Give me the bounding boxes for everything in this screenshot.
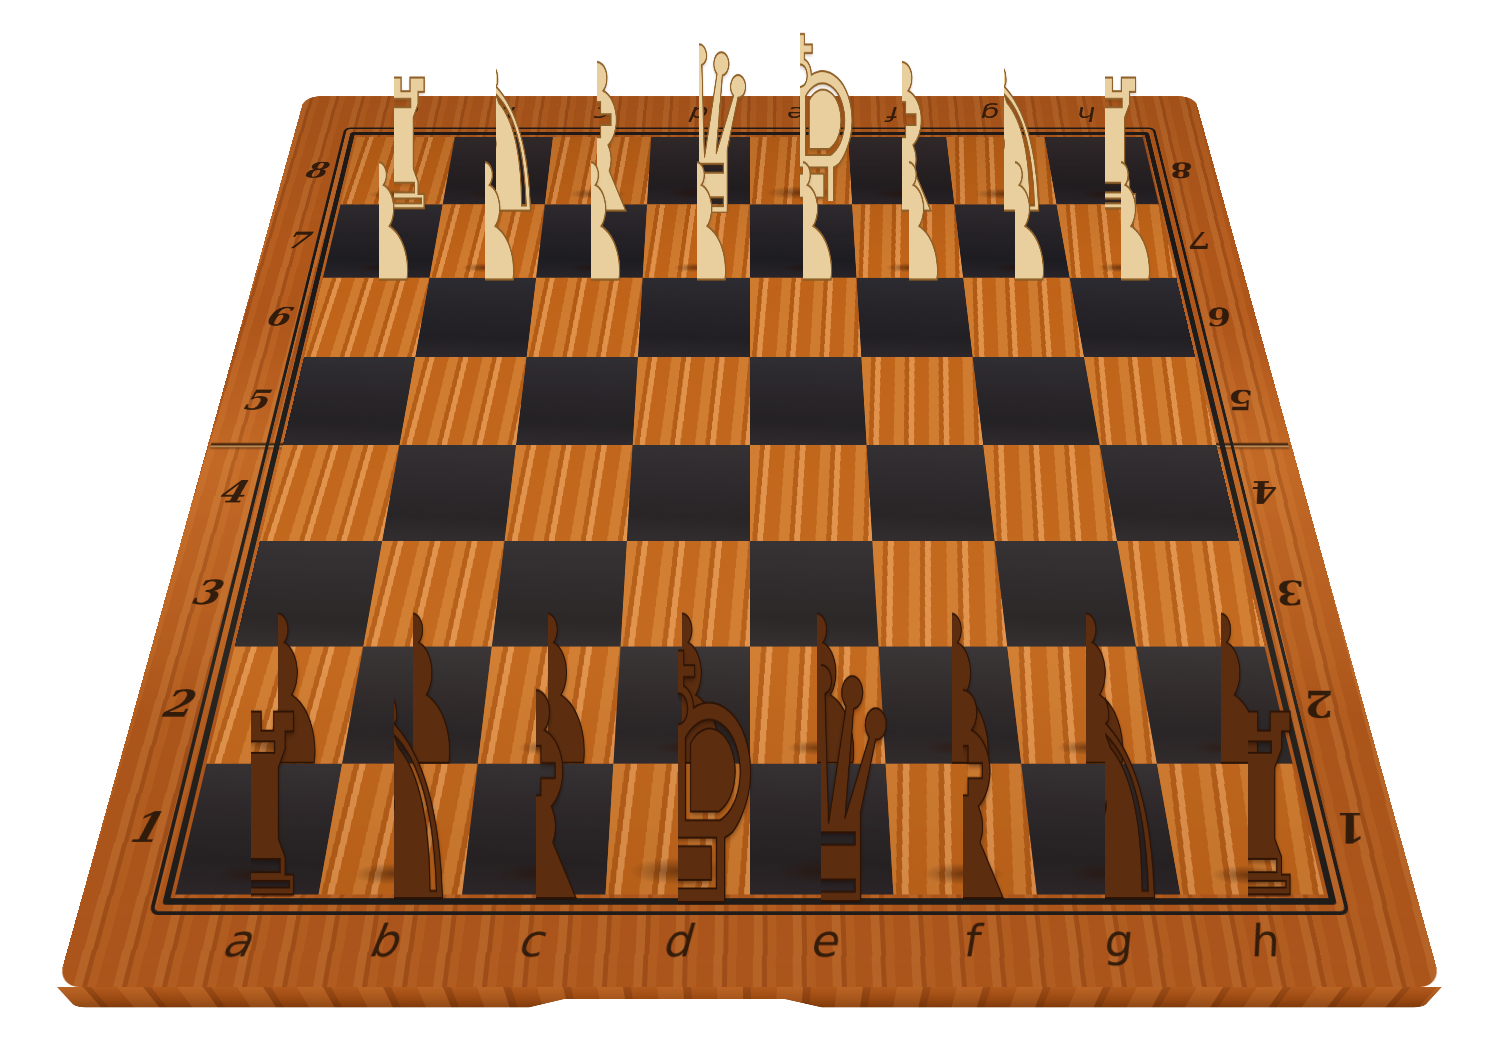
square-b1: ♞ <box>319 764 478 895</box>
square-c6 <box>527 278 643 358</box>
square-d6 <box>638 278 749 358</box>
rank-label-left-4: 4 <box>186 445 275 541</box>
square-g2: ♟ <box>1007 646 1157 763</box>
square-f3 <box>872 541 1007 647</box>
piece-shadow <box>786 740 848 756</box>
latch-notch-icon <box>504 999 845 1008</box>
piece-shadow <box>566 188 628 200</box>
square-c7: ♟ <box>536 204 647 277</box>
square-c5 <box>516 357 638 444</box>
piece-shadow <box>871 188 933 200</box>
square-a2: ♟ <box>207 646 364 763</box>
chess-board: ♜♞♝♛♚♝♞♜♟♟♟♟♟♟♟♟♟♟♟♟♟♟♟♟♜♞♝♚♛♝♞♜ abcdefg… <box>57 96 1442 987</box>
file-labels-top: abcdefgh <box>359 99 1141 129</box>
piece-shadow <box>973 188 1036 200</box>
piece-shadow <box>764 186 838 200</box>
file-label-bottom-e: e <box>750 915 898 967</box>
square-e7: ♟ <box>750 204 857 277</box>
file-label-bottom-c: c <box>454 915 605 967</box>
square-g8: ♞ <box>946 137 1056 204</box>
square-a7: ♟ <box>323 204 443 277</box>
square-f4 <box>866 445 994 541</box>
square-e1: ♛ <box>750 764 894 895</box>
file-label-bottom-g: g <box>1039 915 1193 967</box>
square-a6 <box>304 278 430 358</box>
square-b6 <box>415 278 536 358</box>
square-e6 <box>750 278 861 358</box>
piece-shadow <box>349 862 438 885</box>
piece-shadow <box>672 263 721 273</box>
piece-shadow <box>1209 865 1288 885</box>
file-label-top-f: f <box>846 103 945 126</box>
rank-label-right-5: 5 <box>1203 357 1287 444</box>
square-b2: ♟ <box>342 646 492 763</box>
square-b7: ♟ <box>430 204 545 277</box>
square-h4 <box>1100 445 1240 541</box>
square-g1: ♞ <box>1021 764 1180 895</box>
playing-area: ♜♞♝♛♚♝♞♜♟♟♟♟♟♟♟♟♟♟♟♟♟♟♟♟♜♞♝♚♛♝♞♜ <box>175 137 1324 894</box>
square-b4 <box>382 445 516 541</box>
piece-shadow <box>381 740 445 756</box>
square-d8: ♛ <box>647 137 749 204</box>
square-h7: ♟ <box>1057 204 1177 277</box>
piece-shadow <box>366 189 422 199</box>
rank-label-right-3: 3 <box>1247 541 1342 647</box>
square-h5 <box>1084 357 1216 444</box>
rank-label-left-6: 6 <box>237 278 316 358</box>
piece-shadow <box>920 862 1007 885</box>
piece-shadow <box>651 740 713 756</box>
square-f5 <box>861 357 983 444</box>
square-f8: ♝ <box>848 137 954 204</box>
square-d4 <box>627 445 749 541</box>
piece-shadow <box>1055 740 1119 756</box>
rank-label-right-8: 8 <box>1149 137 1220 204</box>
square-g4 <box>983 445 1117 541</box>
file-label-bottom-d: d <box>602 915 750 967</box>
square-d3 <box>621 541 750 647</box>
piece-shadow <box>626 857 730 885</box>
file-label-top-e: e <box>750 103 848 126</box>
square-e5 <box>750 357 867 444</box>
square-h8: ♜ <box>1044 137 1158 204</box>
file-labels-bottom: abcdefgh <box>155 904 1344 979</box>
square-b3 <box>363 541 504 647</box>
square-c3 <box>492 541 627 647</box>
square-f7: ♟ <box>852 204 963 277</box>
piece-shadow <box>778 263 827 273</box>
rank-label-left-7: 7 <box>259 204 334 277</box>
square-b5 <box>400 357 527 444</box>
board-front-edge <box>57 987 1442 1007</box>
file-label-bottom-b: b <box>306 915 460 967</box>
square-g3 <box>994 541 1135 647</box>
rank-label-right-6: 6 <box>1183 278 1262 358</box>
square-g6 <box>963 278 1084 358</box>
piece-shadow <box>772 859 869 885</box>
rank-label-right-4: 4 <box>1224 445 1313 541</box>
square-h6 <box>1070 278 1196 358</box>
square-f2: ♟ <box>878 646 1021 763</box>
square-d1: ♚ <box>606 764 750 895</box>
piece-shadow <box>516 740 579 756</box>
piece-shadow <box>1189 740 1254 756</box>
square-d2: ♟ <box>614 646 750 763</box>
file-label-top-a: a <box>359 103 461 126</box>
piece-shadow <box>990 263 1040 273</box>
piece-shadow <box>211 865 290 885</box>
square-a1: ♜ <box>175 764 342 895</box>
file-label-bottom-h: h <box>1184 915 1341 967</box>
square-f6 <box>856 278 972 358</box>
rank-label-right-7: 7 <box>1166 204 1241 277</box>
square-a3 <box>235 541 383 647</box>
square-h1: ♜ <box>1157 764 1324 895</box>
piece-shadow <box>353 263 403 273</box>
piece-shadow <box>464 188 527 200</box>
square-a4 <box>260 445 400 541</box>
square-c1: ♝ <box>462 764 613 895</box>
square-d5 <box>633 357 750 444</box>
file-label-bottom-f: f <box>894 915 1045 967</box>
file-label-top-c: c <box>555 103 654 126</box>
product-photo-scene: ♜♞♝♛♚♝♞♜♟♟♟♟♟♟♟♟♟♟♟♟♟♟♟♟♜♞♝♚♛♝♞♜ abcdefg… <box>0 0 1500 1059</box>
square-a8: ♜ <box>341 137 455 204</box>
piece-shadow <box>664 186 733 199</box>
square-e2: ♟ <box>750 646 886 763</box>
square-f1: ♝ <box>885 764 1036 895</box>
square-h2: ♟ <box>1136 646 1293 763</box>
piece-shadow <box>920 740 983 756</box>
file-label-top-g: g <box>942 103 1042 126</box>
square-d7: ♟ <box>643 204 750 277</box>
file-label-top-b: b <box>457 103 557 126</box>
piece-shadow <box>884 263 933 273</box>
square-e8: ♚ <box>750 137 852 204</box>
square-g7: ♟ <box>954 204 1069 277</box>
square-e4 <box>750 445 872 541</box>
square-b8: ♞ <box>443 137 553 204</box>
piece-shadow <box>566 263 615 273</box>
square-c4 <box>505 445 633 541</box>
square-g5 <box>973 357 1100 444</box>
square-c8: ♝ <box>545 137 651 204</box>
piece-shadow <box>1096 263 1146 273</box>
piece-shadow <box>492 862 579 885</box>
file-label-top-h: h <box>1038 103 1140 126</box>
file-label-top-d: d <box>652 103 750 126</box>
piece-shadow <box>460 263 510 273</box>
piece-shadow <box>245 740 310 756</box>
square-h3 <box>1117 541 1265 647</box>
piece-shadow <box>1061 862 1150 885</box>
square-e3 <box>750 541 879 647</box>
rank-label-left-5: 5 <box>213 357 297 444</box>
square-a5 <box>283 357 415 444</box>
file-label-bottom-a: a <box>158 915 315 967</box>
square-c2: ♟ <box>478 646 621 763</box>
rank-label-left-8: 8 <box>279 137 350 204</box>
piece-shadow <box>1078 189 1134 199</box>
